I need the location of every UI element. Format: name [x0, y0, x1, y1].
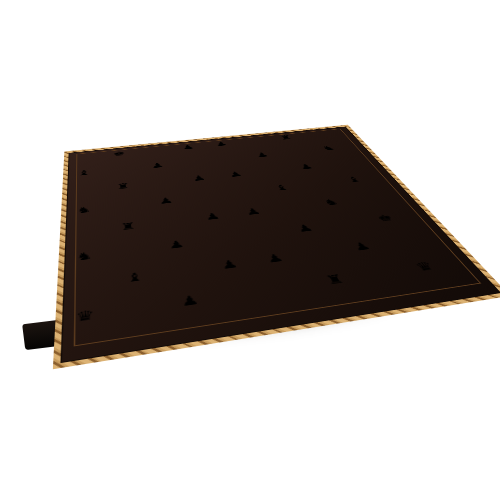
white-bishop-e3[interactable]: ♝ — [273, 183, 291, 193]
black-knight-c8[interactable]: ♞ — [76, 249, 93, 263]
black-pawn-d5[interactable]: ♟ — [204, 211, 222, 223]
white-pawn-f4[interactable]: ♟ — [228, 170, 244, 179]
black-pawn-b5[interactable]: ♟ — [219, 257, 240, 272]
black-pawn-c6[interactable]: ♟ — [167, 238, 185, 251]
black-bishop-b7[interactable]: ♝ — [125, 270, 144, 286]
black-pawn-e6[interactable]: ♟ — [158, 195, 174, 206]
white-bishop-e1[interactable]: ♝ — [344, 175, 363, 184]
black-pawn-a6[interactable]: ♟ — [179, 292, 200, 309]
square-a2[interactable] — [368, 261, 434, 297]
black-king-h7[interactable]: ♚ — [113, 150, 126, 158]
black-rook-d7[interactable]: ♜ — [120, 220, 136, 232]
black-pawn-h5[interactable]: ♟ — [181, 143, 195, 151]
white-rook-a3[interactable]: ♜ — [323, 272, 347, 288]
square-a6[interactable]: ♟ — [179, 287, 239, 328]
white-pawn-d4[interactable]: ♟ — [244, 206, 262, 217]
black-bishop-g8[interactable]: ♝ — [77, 168, 90, 177]
board-scene: ♚♟♟♜♝♟♟♞♜♟♟♟♞♟♝♝♜♟♟♞♞♟♟♚♝♟♟♟♛♟♜♛ — [53, 125, 500, 370]
white-pawn-g3[interactable]: ♟ — [254, 151, 270, 159]
square-c8[interactable]: ♞ — [76, 245, 125, 278]
square-a8[interactable]: ♛ — [75, 302, 132, 345]
square-a5[interactable] — [229, 281, 291, 320]
white-pawn-h4[interactable]: ♟ — [214, 140, 229, 148]
black-knight-e8[interactable]: ♞ — [77, 204, 92, 215]
photo-stage: ♚♟♟♜♝♟♟♞♜♟♟♟♞♟♝♝♜♟♟♞♞♟♟♚♝♟♟♟♛♟♜♛ — [0, 0, 500, 500]
square-b4[interactable]: ♟ — [264, 247, 323, 280]
white-pawn-b2[interactable]: ♟ — [351, 240, 374, 254]
board-frame: ♚♟♟♜♝♟♟♞♜♟♟♟♞♟♝♝♜♟♟♞♞♟♟♚♝♟♟♟♛♟♜♛ — [53, 125, 500, 370]
white-pawn-c3[interactable]: ♟ — [295, 222, 316, 234]
square-e7[interactable] — [118, 197, 163, 222]
square-c6[interactable]: ♟ — [167, 234, 219, 265]
black-pawn-f5[interactable]: ♟ — [191, 173, 207, 182]
white-king-c1[interactable]: ♚ — [374, 212, 396, 224]
square-e5[interactable] — [197, 188, 244, 212]
white-queen-a1[interactable]: ♛ — [412, 259, 438, 274]
black-pawn-g6[interactable]: ♟ — [150, 161, 164, 170]
black-queen-a8[interactable]: ♛ — [75, 307, 94, 326]
black-rook-f7[interactable]: ♜ — [116, 181, 131, 191]
square-a7[interactable] — [128, 295, 186, 337]
